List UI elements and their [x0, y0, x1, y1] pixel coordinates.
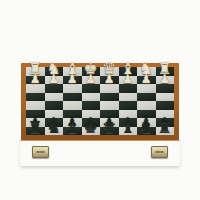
square-r4c4[interactable]: [100, 101, 119, 110]
piece-black-bishop[interactable]: ♝: [65, 120, 79, 136]
square-r7c0[interactable]: ♜: [26, 127, 45, 136]
square-r4c3[interactable]: [82, 101, 101, 110]
piece-black-queen[interactable]: ♛: [102, 120, 116, 136]
piece-black-knight[interactable]: ♞: [47, 120, 61, 136]
square-r3c3[interactable]: [82, 93, 101, 102]
piece-white-pawn[interactable]: ♟: [122, 73, 133, 85]
square-r7c6[interactable]: ♞: [137, 127, 156, 136]
square-r3c0[interactable]: [26, 93, 45, 102]
piece-black-bishop[interactable]: ♝: [121, 120, 135, 136]
square-r4c1[interactable]: [45, 101, 64, 110]
square-r4c5[interactable]: [119, 101, 138, 110]
piece-black-rook[interactable]: ♜: [158, 120, 172, 136]
latch-right: [151, 146, 168, 158]
piece-white-pawn[interactable]: ♟: [30, 73, 41, 85]
square-r3c7[interactable]: [156, 93, 175, 102]
piece-black-king[interactable]: ♚: [84, 120, 98, 136]
square-r7c2[interactable]: ♝: [63, 127, 82, 136]
square-r4c2[interactable]: [63, 101, 82, 110]
square-r7c4[interactable]: ♛: [100, 127, 119, 136]
square-r4c0[interactable]: [26, 101, 45, 110]
square-r7c3[interactable]: ♚: [82, 127, 101, 136]
latch-left: [32, 146, 49, 158]
square-r4c7[interactable]: [156, 101, 175, 110]
square-r7c7[interactable]: ♜: [156, 127, 175, 136]
piece-white-pawn[interactable]: ♟: [67, 73, 78, 85]
piece-white-pawn[interactable]: ♟: [104, 73, 115, 85]
wooden-box-front: [20, 140, 180, 166]
square-r3c5[interactable]: [119, 93, 138, 102]
square-r3c2[interactable]: [63, 93, 82, 102]
square-r3c4[interactable]: [100, 93, 119, 102]
square-r7c1[interactable]: ♞: [45, 127, 64, 136]
piece-black-rook[interactable]: ♜: [28, 120, 42, 136]
piece-white-pawn[interactable]: ♟: [159, 73, 170, 85]
square-r3c6[interactable]: [137, 93, 156, 102]
piece-white-pawn[interactable]: ♟: [48, 73, 59, 85]
chess-set-photo: ♜♞♝♚♛♝♞♜♟♟♟♟♟♟♟♟♟♟♟♟♟♟♟♟♜♞♝♚♛♝♞♜: [0, 0, 200, 200]
piece-white-pawn[interactable]: ♟: [141, 73, 152, 85]
piece-black-knight[interactable]: ♞: [139, 120, 153, 136]
square-r3c1[interactable]: [45, 93, 64, 102]
board-frame: ♜♞♝♚♛♝♞♜♟♟♟♟♟♟♟♟♟♟♟♟♟♟♟♟♜♞♝♚♛♝♞♜: [21, 63, 179, 140]
piece-white-pawn[interactable]: ♟: [85, 73, 96, 85]
chess-board[interactable]: ♜♞♝♚♛♝♞♜♟♟♟♟♟♟♟♟♟♟♟♟♟♟♟♟♜♞♝♚♛♝♞♜: [26, 67, 174, 135]
square-r7c5[interactable]: ♝: [119, 127, 138, 136]
square-r4c6[interactable]: [137, 101, 156, 110]
